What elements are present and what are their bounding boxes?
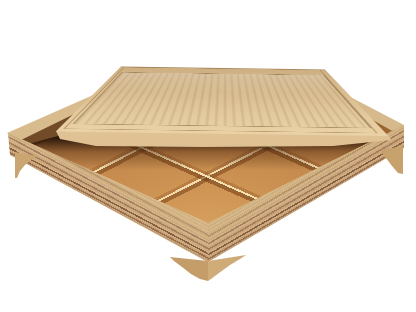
chess-storage-box-photo [0,0,416,312]
chess-board [56,67,389,136]
board-squares [75,72,370,127]
